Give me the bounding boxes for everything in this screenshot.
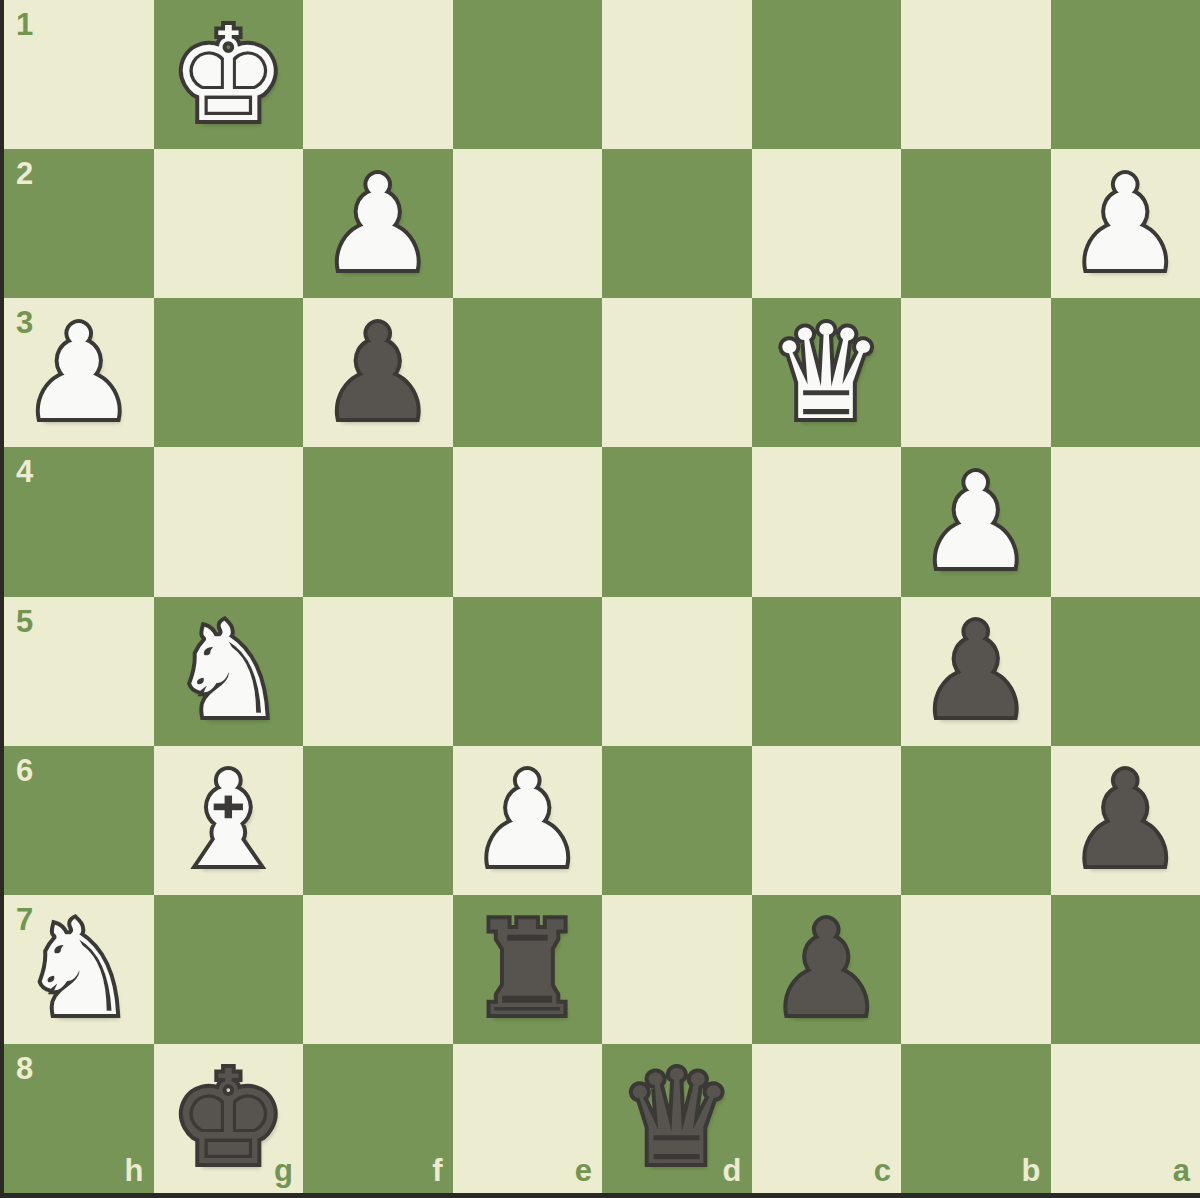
square-b1[interactable]	[901, 0, 1051, 149]
black-pawn-icon[interactable]: ♟♟	[901, 597, 1051, 746]
pawn-glyph: ♟	[768, 904, 885, 1034]
bishop-glyph-outline: ♝	[170, 755, 287, 885]
white-pawn-icon[interactable]: ♟♟	[1051, 149, 1200, 298]
pawn-glyph: ♟	[917, 457, 1034, 587]
white-pawn-icon[interactable]: ♟♟	[4, 298, 154, 447]
white-knight-icon[interactable]: ♞♞	[154, 597, 304, 746]
square-c8[interactable]: c	[752, 1044, 902, 1193]
square-e1[interactable]	[453, 0, 603, 149]
king-glyph-outline: ♚	[170, 10, 287, 140]
square-b8[interactable]: b	[901, 1044, 1051, 1193]
square-e2[interactable]	[453, 149, 603, 298]
square-h8[interactable]: 8h	[4, 1044, 154, 1193]
square-f2[interactable]: ♟♟	[303, 149, 453, 298]
square-d5[interactable]	[602, 597, 752, 746]
white-pawn-icon[interactable]: ♟♟	[901, 447, 1051, 596]
square-e4[interactable]	[453, 447, 603, 596]
pawn-glyph-outline: ♟	[319, 308, 436, 438]
square-e7[interactable]: ♜♜	[453, 895, 603, 1044]
pawn-glyph-outline: ♟	[20, 308, 137, 438]
square-d4[interactable]	[602, 447, 752, 596]
file-label-c: c	[874, 1155, 891, 1186]
pawn-glyph-outline: ♟	[1067, 755, 1184, 885]
square-g7[interactable]	[154, 895, 304, 1044]
white-pawn-icon[interactable]: ♟♟	[453, 746, 603, 895]
pawn-glyph-outline: ♟	[469, 755, 586, 885]
pawn-glyph: ♟	[319, 308, 436, 438]
square-c2[interactable]	[752, 149, 902, 298]
pawn-glyph: ♟	[917, 606, 1034, 736]
white-king-icon[interactable]: ♚♚	[154, 0, 304, 149]
rank-label-5: 5	[16, 606, 33, 637]
rank-label-1: 1	[16, 9, 33, 40]
file-label-b: b	[1022, 1155, 1041, 1186]
square-e6[interactable]: ♟♟	[453, 746, 603, 895]
rank-label-2: 2	[16, 158, 33, 189]
square-a7[interactable]	[1051, 895, 1200, 1044]
bishop-glyph: ♝	[170, 755, 287, 885]
square-a1[interactable]	[1051, 0, 1200, 149]
square-b6[interactable]	[901, 746, 1051, 895]
rank-label-4: 4	[16, 456, 33, 487]
square-d8[interactable]: d♛♛	[602, 1044, 752, 1193]
square-g4[interactable]	[154, 447, 304, 596]
square-e8[interactable]: e	[453, 1044, 603, 1193]
white-queen-icon[interactable]: ♛♛	[752, 298, 902, 447]
queen-glyph-outline: ♛	[768, 308, 885, 438]
square-f1[interactable]	[303, 0, 453, 149]
black-pawn-icon[interactable]: ♟♟	[752, 895, 902, 1044]
knight-glyph-outline: ♞	[170, 606, 287, 736]
square-b3[interactable]	[901, 298, 1051, 447]
square-f3[interactable]: ♟♟	[303, 298, 453, 447]
black-pawn-icon[interactable]: ♟♟	[1051, 746, 1200, 895]
square-e3[interactable]	[453, 298, 603, 447]
black-rook-icon[interactable]: ♜♜	[453, 895, 603, 1044]
file-label-a: a	[1173, 1155, 1190, 1186]
rank-label-6: 6	[16, 755, 33, 786]
square-d3[interactable]	[602, 298, 752, 447]
knight-glyph: ♞	[20, 904, 137, 1034]
square-c5[interactable]	[752, 597, 902, 746]
square-f5[interactable]	[303, 597, 453, 746]
square-b4[interactable]: ♟♟	[901, 447, 1051, 596]
black-king-icon[interactable]: ♚♚	[154, 1044, 304, 1193]
square-a5[interactable]	[1051, 597, 1200, 746]
pawn-glyph-outline: ♟	[768, 904, 885, 1034]
pawn-glyph-outline: ♟	[917, 606, 1034, 736]
square-b5[interactable]: ♟♟	[901, 597, 1051, 746]
square-f4[interactable]	[303, 447, 453, 596]
square-h5[interactable]: 5	[4, 597, 154, 746]
king-glyph-outline: ♚	[170, 1053, 287, 1183]
square-f7[interactable]	[303, 895, 453, 1044]
queen-glyph-outline: ♛	[618, 1053, 735, 1183]
white-knight-icon[interactable]: ♞♞	[4, 895, 154, 1044]
square-c4[interactable]	[752, 447, 902, 596]
queen-glyph: ♛	[768, 308, 885, 438]
square-h6[interactable]: 6	[4, 746, 154, 895]
square-h7[interactable]: 7♞♞	[4, 895, 154, 1044]
file-label-h: h	[125, 1155, 144, 1186]
square-g3[interactable]	[154, 298, 304, 447]
square-g8[interactable]: g♚♚	[154, 1044, 304, 1193]
square-b2[interactable]	[901, 149, 1051, 298]
square-g1[interactable]: ♚♚	[154, 0, 304, 149]
square-h2[interactable]: 2	[4, 149, 154, 298]
black-queen-icon[interactable]: ♛♛	[602, 1044, 752, 1193]
pawn-glyph: ♟	[20, 308, 137, 438]
pawn-glyph-outline: ♟	[917, 457, 1034, 587]
square-a8[interactable]: a	[1051, 1044, 1200, 1193]
square-c3[interactable]: ♛♛	[752, 298, 902, 447]
square-g6[interactable]: ♝♝	[154, 746, 304, 895]
rank-label-8: 8	[16, 1053, 33, 1084]
file-label-f: f	[432, 1155, 442, 1186]
knight-glyph: ♞	[170, 606, 287, 736]
pawn-glyph: ♟	[319, 159, 436, 289]
pawn-glyph-outline: ♟	[319, 159, 436, 289]
square-h1[interactable]: 1	[4, 0, 154, 149]
square-a2[interactable]: ♟♟	[1051, 149, 1200, 298]
square-d1[interactable]	[602, 0, 752, 149]
square-d6[interactable]	[602, 746, 752, 895]
square-d7[interactable]	[602, 895, 752, 1044]
square-a6[interactable]: ♟♟	[1051, 746, 1200, 895]
square-f8[interactable]: f	[303, 1044, 453, 1193]
queen-glyph: ♛	[618, 1053, 735, 1183]
file-label-e: e	[575, 1155, 592, 1186]
king-glyph: ♚	[170, 1053, 287, 1183]
king-glyph: ♚	[170, 10, 287, 140]
pawn-glyph: ♟	[1067, 755, 1184, 885]
square-a3[interactable]	[1051, 298, 1200, 447]
pawn-glyph-outline: ♟	[1067, 159, 1184, 289]
square-e5[interactable]	[453, 597, 603, 746]
square-c7[interactable]: ♟♟	[752, 895, 902, 1044]
pawn-glyph: ♟	[1067, 159, 1184, 289]
square-b7[interactable]	[901, 895, 1051, 1044]
square-a4[interactable]	[1051, 447, 1200, 596]
square-d2[interactable]	[602, 149, 752, 298]
pawn-glyph: ♟	[469, 755, 586, 885]
chess-board: 1♚♚2♟♟♟♟3♟♟♟♟♛♛4♟♟5♞♞♟♟6♝♝♟♟♟♟7♞♞♜♜♟♟8hg…	[0, 0, 1200, 1198]
square-h3[interactable]: 3♟♟	[4, 298, 154, 447]
square-g5[interactable]: ♞♞	[154, 597, 304, 746]
square-f6[interactable]	[303, 746, 453, 895]
white-pawn-icon[interactable]: ♟♟	[303, 149, 453, 298]
rook-glyph: ♜	[469, 904, 586, 1034]
square-h4[interactable]: 4	[4, 447, 154, 596]
square-c6[interactable]	[752, 746, 902, 895]
rook-glyph-outline: ♜	[469, 904, 586, 1034]
square-g2[interactable]	[154, 149, 304, 298]
black-pawn-icon[interactable]: ♟♟	[303, 298, 453, 447]
square-c1[interactable]	[752, 0, 902, 149]
knight-glyph-outline: ♞	[20, 904, 137, 1034]
white-bishop-icon[interactable]: ♝♝	[154, 746, 304, 895]
